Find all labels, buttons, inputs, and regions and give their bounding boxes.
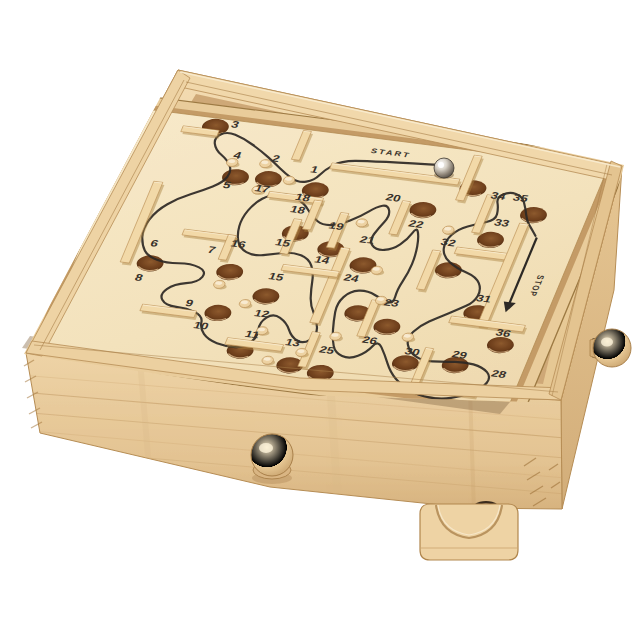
- right-knob[interactable]: [593, 329, 631, 367]
- scene-svg: 1234567891011121314151516171818192021222…: [0, 0, 640, 640]
- ball-highlight: [438, 162, 444, 168]
- steel-ball-group: [434, 158, 454, 179]
- front-knob-highlight: [259, 443, 273, 453]
- ball-storage-tray[interactable]: [420, 504, 518, 560]
- right-knob-highlight: [601, 338, 613, 347]
- labyrinth-game-photo: 1234567891011121314151516171818192021222…: [0, 0, 640, 640]
- front-tilt-knob-group[interactable]: [251, 434, 293, 484]
- ball-storage-tray-group[interactable]: [420, 501, 518, 560]
- front-knob[interactable]: [251, 434, 293, 476]
- steel-ball[interactable]: [434, 158, 454, 178]
